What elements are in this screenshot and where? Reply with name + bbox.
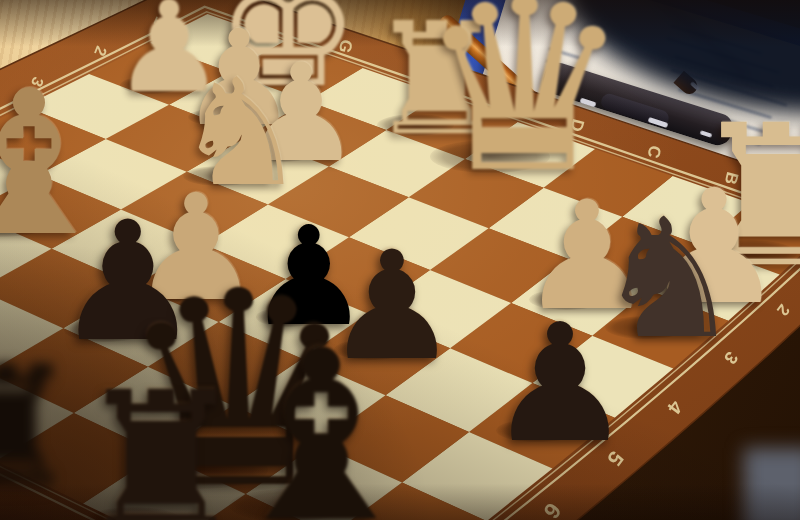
- chess-photo-scene: ABCDEFGH123456123 ♚♟♟♟♞♜♛♜♟♟♟♝♞♟♟♟♟♛♝♜♜: [0, 0, 800, 520]
- piece-black-pawn-a5[interactable]: ♟: [479, 302, 642, 465]
- piece-black-rook-c8[interactable]: ♜: [64, 366, 259, 520]
- black-pawn-glyph: ♟: [479, 302, 642, 465]
- black-rook-glyph: ♜: [64, 366, 259, 520]
- corner-object-blur: [744, 448, 800, 520]
